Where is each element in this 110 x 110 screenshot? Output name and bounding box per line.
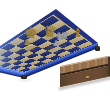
chess-set-photo: ♚♚♟♟♛♛♝♝♞♞♜♜♟♟ [0,0,110,110]
board-foot-right [95,46,100,51]
wooden-case [60,55,110,92]
case-right-end [108,56,110,77]
board-foot-front [21,75,27,80]
